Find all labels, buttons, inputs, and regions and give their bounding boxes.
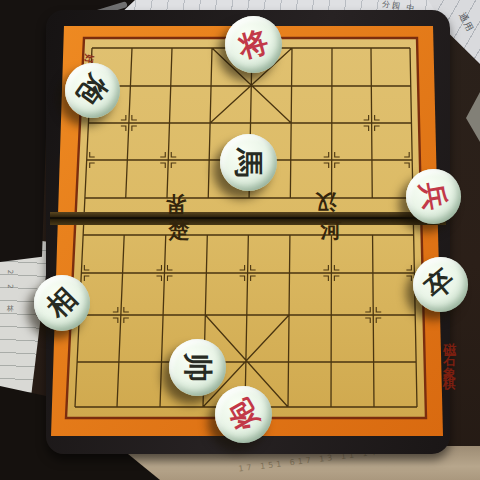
intersection-h7[interactable]: [344, 304, 383, 342]
intersection-h9[interactable]: [344, 380, 383, 418]
intersection-a8[interactable]: [73, 342, 112, 380]
intersection-f1[interactable]: [266, 76, 305, 114]
intersection-a4[interactable]: [73, 190, 112, 228]
intersection-a3[interactable]: [73, 152, 112, 190]
intersection-g9[interactable]: [305, 380, 344, 418]
river-label-chu: 楚: [166, 217, 192, 243]
intersection-h0[interactable]: [344, 38, 383, 76]
intersection-i0[interactable]: [382, 38, 421, 76]
intersection-f6[interactable]: [266, 266, 305, 304]
piece-character: 炮: [73, 71, 112, 110]
intersection-g6[interactable]: [305, 266, 344, 304]
intersection-c3[interactable]: [150, 152, 189, 190]
intersection-e7[interactable]: [228, 304, 267, 342]
intersection-b4[interactable]: [112, 190, 151, 228]
river-label-han-flipped: 汉: [313, 189, 339, 215]
piece-black-general[interactable]: 帅: [169, 339, 226, 396]
intersection-a2[interactable]: [73, 114, 112, 152]
intersection-h5[interactable]: [344, 228, 383, 266]
intersection-g8[interactable]: [305, 342, 344, 380]
intersection-h8[interactable]: [344, 342, 383, 380]
intersection-g3[interactable]: [305, 152, 344, 190]
piece-red-cannon[interactable]: 炮: [215, 386, 272, 443]
piece-character: 兵: [417, 180, 449, 212]
intersection-f8[interactable]: [266, 342, 305, 380]
intersection-h6[interactable]: [344, 266, 383, 304]
intersection-d1[interactable]: [189, 76, 228, 114]
intersection-c1[interactable]: [150, 76, 189, 114]
intersection-d2[interactable]: [189, 114, 228, 152]
intersection-g1[interactable]: [305, 76, 344, 114]
intersection-b9[interactable]: [112, 380, 151, 418]
intersection-i7[interactable]: [382, 304, 421, 342]
paper-left-text: 3 2 2 林: [3, 255, 15, 385]
intersection-i2[interactable]: [382, 114, 421, 152]
piece-character: 炮: [223, 394, 263, 434]
intersection-b7[interactable]: [112, 304, 151, 342]
intersection-d6[interactable]: [189, 266, 228, 304]
intersection-i8[interactable]: [382, 342, 421, 380]
intersection-e4[interactable]: [228, 190, 267, 228]
intersection-b6[interactable]: [112, 266, 151, 304]
paper-right-sliver: [466, 92, 480, 142]
intersection-b5[interactable]: [112, 228, 151, 266]
piece-red-general[interactable]: 将: [225, 16, 282, 73]
intersection-e5[interactable]: [228, 228, 267, 266]
intersection-b2[interactable]: [112, 114, 151, 152]
river-label-he: 河: [318, 217, 344, 243]
intersection-g0[interactable]: [305, 38, 344, 76]
intersection-f4[interactable]: [266, 190, 305, 228]
intersection-c0[interactable]: [150, 38, 189, 76]
intersection-g2[interactable]: [305, 114, 344, 152]
piece-black-cannon[interactable]: 炮: [65, 63, 120, 118]
intersection-h2[interactable]: [344, 114, 383, 152]
intersection-d0[interactable]: [189, 38, 228, 76]
intersection-i9[interactable]: [382, 380, 421, 418]
intersection-e1[interactable]: [228, 76, 267, 114]
brand-text: 磁石象棋: [441, 333, 458, 437]
piece-character: 将: [235, 26, 271, 62]
intersection-i5[interactable]: [382, 228, 421, 266]
piece-character: 相: [42, 283, 82, 323]
piece-character: 帅: [183, 353, 212, 382]
intersection-h3[interactable]: [344, 152, 383, 190]
intersection-d7[interactable]: [189, 304, 228, 342]
intersection-e8[interactable]: [228, 342, 267, 380]
intersection-i1[interactable]: [382, 76, 421, 114]
intersection-f9[interactable]: [266, 380, 305, 418]
intersection-g7[interactable]: [305, 304, 344, 342]
board-grid: [73, 38, 421, 418]
intersection-a9[interactable]: [73, 380, 112, 418]
piece-character: 卒: [420, 264, 459, 303]
intersection-f7[interactable]: [266, 304, 305, 342]
river-label-jie-flipped: 界: [163, 191, 189, 217]
intersection-c6[interactable]: [150, 266, 189, 304]
piece-character: 馬: [234, 148, 263, 177]
piece-black-horse[interactable]: 馬: [220, 134, 277, 191]
intersection-f5[interactable]: [266, 228, 305, 266]
intersection-d4[interactable]: [189, 190, 228, 228]
intersection-h4[interactable]: [344, 190, 383, 228]
intersection-a5[interactable]: [73, 228, 112, 266]
intersection-b0[interactable]: [112, 38, 151, 76]
intersection-b8[interactable]: [112, 342, 151, 380]
intersection-e6[interactable]: [228, 266, 267, 304]
intersection-d5[interactable]: [189, 228, 228, 266]
intersection-c2[interactable]: [150, 114, 189, 152]
piece-black-soldier[interactable]: 卒: [413, 257, 468, 312]
intersection-b3[interactable]: [112, 152, 151, 190]
intersection-h1[interactable]: [344, 76, 383, 114]
piece-red-soldier[interactable]: 兵: [406, 169, 461, 224]
piece-black-elephant[interactable]: 相: [34, 275, 90, 331]
intersection-c7[interactable]: [150, 304, 189, 342]
